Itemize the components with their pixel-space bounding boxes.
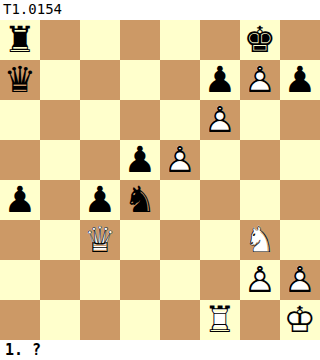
square-e6[interactable] [160, 100, 200, 140]
square-d3[interactable] [120, 220, 160, 260]
square-b5[interactable] [40, 140, 80, 180]
square-g7[interactable]: ♟♙ [240, 60, 280, 100]
piece-white-king: ♚ [280, 300, 320, 340]
square-b8[interactable] [40, 20, 80, 60]
piece-black-king: ♚ [240, 20, 280, 60]
square-d8[interactable] [120, 20, 160, 60]
piece-white-rook-outline: ♖ [200, 300, 240, 340]
square-d4[interactable]: ♞ [120, 180, 160, 220]
square-b2[interactable] [40, 260, 80, 300]
square-c1[interactable] [80, 300, 120, 340]
square-e8[interactable] [160, 20, 200, 60]
square-c7[interactable] [80, 60, 120, 100]
square-b3[interactable] [40, 220, 80, 260]
square-a6[interactable] [0, 100, 40, 140]
square-a1[interactable] [0, 300, 40, 340]
square-a5[interactable] [0, 140, 40, 180]
square-h6[interactable] [280, 100, 320, 140]
square-f4[interactable] [200, 180, 240, 220]
square-g1[interactable] [240, 300, 280, 340]
square-h8[interactable] [280, 20, 320, 60]
square-c8[interactable] [80, 20, 120, 60]
piece-white-knight-outline: ♘ [240, 220, 280, 260]
piece-black-rook: ♜ [0, 20, 40, 60]
chess-board: ♜♚♛♟♟♙♟♟♙♟♟♙♟♟♞♛♕♞♘♟♙♟♙♜♖♚♔ [0, 20, 320, 340]
piece-black-pawn: ♟ [200, 60, 240, 100]
square-c6[interactable] [80, 100, 120, 140]
square-f2[interactable] [200, 260, 240, 300]
square-g3[interactable]: ♞♘ [240, 220, 280, 260]
piece-white-pawn-outline: ♙ [240, 60, 280, 100]
square-g5[interactable] [240, 140, 280, 180]
square-g6[interactable] [240, 100, 280, 140]
piece-white-pawn-outline: ♙ [240, 260, 280, 300]
square-g2[interactable]: ♟♙ [240, 260, 280, 300]
square-h3[interactable] [280, 220, 320, 260]
square-a8[interactable]: ♜ [0, 20, 40, 60]
square-e7[interactable] [160, 60, 200, 100]
square-e1[interactable] [160, 300, 200, 340]
square-f1[interactable]: ♜♖ [200, 300, 240, 340]
square-f7[interactable]: ♟ [200, 60, 240, 100]
square-f5[interactable] [200, 140, 240, 180]
square-d7[interactable] [120, 60, 160, 100]
piece-white-queen-outline: ♕ [80, 220, 120, 260]
puzzle-id: T1.0154 [0, 0, 320, 20]
square-h4[interactable] [280, 180, 320, 220]
square-b6[interactable] [40, 100, 80, 140]
square-f3[interactable] [200, 220, 240, 260]
piece-black-pawn: ♟ [0, 180, 40, 220]
piece-white-king-outline: ♔ [280, 300, 320, 340]
piece-black-pawn: ♟ [280, 60, 320, 100]
square-b4[interactable] [40, 180, 80, 220]
piece-black-pawn: ♟ [120, 140, 160, 180]
square-e4[interactable] [160, 180, 200, 220]
piece-white-pawn: ♟ [240, 260, 280, 300]
square-f6[interactable]: ♟♙ [200, 100, 240, 140]
piece-white-rook: ♜ [200, 300, 240, 340]
square-c2[interactable] [80, 260, 120, 300]
piece-white-pawn-outline: ♙ [280, 260, 320, 300]
square-a4[interactable]: ♟ [0, 180, 40, 220]
piece-black-pawn: ♟ [80, 180, 120, 220]
piece-white-pawn: ♟ [280, 260, 320, 300]
square-h5[interactable] [280, 140, 320, 180]
square-h7[interactable]: ♟ [280, 60, 320, 100]
piece-white-pawn: ♟ [160, 140, 200, 180]
square-b1[interactable] [40, 300, 80, 340]
piece-white-pawn-outline: ♙ [200, 100, 240, 140]
piece-white-pawn: ♟ [200, 100, 240, 140]
square-g8[interactable]: ♚ [240, 20, 280, 60]
square-a7[interactable]: ♛ [0, 60, 40, 100]
piece-white-pawn: ♟ [240, 60, 280, 100]
square-c5[interactable] [80, 140, 120, 180]
piece-black-queen: ♛ [0, 60, 40, 100]
square-h1[interactable]: ♚♔ [280, 300, 320, 340]
square-g4[interactable] [240, 180, 280, 220]
square-f8[interactable] [200, 20, 240, 60]
square-c3[interactable]: ♛♕ [80, 220, 120, 260]
square-d2[interactable] [120, 260, 160, 300]
move-prompt: 1. ? [0, 340, 320, 360]
square-a3[interactable] [0, 220, 40, 260]
square-c4[interactable]: ♟ [80, 180, 120, 220]
piece-white-knight: ♞ [240, 220, 280, 260]
square-e2[interactable] [160, 260, 200, 300]
square-e5[interactable]: ♟♙ [160, 140, 200, 180]
square-b7[interactable] [40, 60, 80, 100]
piece-white-pawn-outline: ♙ [160, 140, 200, 180]
square-a2[interactable] [0, 260, 40, 300]
piece-white-queen: ♛ [80, 220, 120, 260]
square-d5[interactable]: ♟ [120, 140, 160, 180]
square-h2[interactable]: ♟♙ [280, 260, 320, 300]
square-d1[interactable] [120, 300, 160, 340]
square-e3[interactable] [160, 220, 200, 260]
chess-diagram-page: T1.0154 ♜♚♛♟♟♙♟♟♙♟♟♙♟♟♞♛♕♞♘♟♙♟♙♜♖♚♔ 1. ? [0, 0, 320, 360]
piece-black-knight: ♞ [120, 180, 160, 220]
square-d6[interactable] [120, 100, 160, 140]
